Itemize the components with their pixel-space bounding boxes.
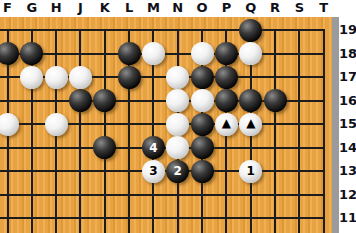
row-label-19: 19: [339, 22, 356, 38]
stone-black-Q16[interactable]: [239, 89, 262, 112]
stone-white-N15[interactable]: [166, 113, 189, 136]
column-label-N: N: [169, 0, 187, 17]
stone-black-M14[interactable]: 4: [142, 136, 165, 159]
stone-black-G18[interactable]: [20, 42, 43, 65]
stone-white-H15[interactable]: [45, 113, 68, 136]
grid-line-col-K: [104, 29, 106, 233]
stone-black-L18[interactable]: [118, 42, 141, 65]
stone-white-O16[interactable]: [191, 89, 214, 112]
column-label-Q: Q: [242, 0, 260, 17]
grid-line-col-R: [274, 29, 276, 233]
stone-white-M13[interactable]: 3: [142, 160, 165, 183]
column-label-G: G: [23, 0, 41, 17]
move-number-2: 2: [174, 165, 182, 177]
grid-line-row-12: [0, 194, 325, 196]
triangle-mark-icon: ▲: [222, 117, 231, 129]
grid-line-col-J: [79, 29, 81, 233]
go-diagram: 42▲▲31 FGHJKLMNOPQRST 191817161514131211: [0, 0, 356, 233]
row-label-15: 15: [339, 116, 356, 132]
grid-line-row-11: [0, 217, 325, 219]
stone-black-J16[interactable]: [69, 89, 92, 112]
go-board[interactable]: 42▲▲31: [0, 17, 332, 233]
stone-black-O14[interactable]: [191, 136, 214, 159]
stone-black-O13[interactable]: [191, 160, 214, 183]
column-label-T: T: [315, 0, 333, 17]
row-label-17: 17: [339, 69, 356, 85]
column-label-F: F: [0, 0, 17, 17]
stone-white-J17[interactable]: [69, 66, 92, 89]
stone-white-Q13[interactable]: 1: [239, 160, 262, 183]
grid-line-col-T: [323, 29, 325, 233]
stone-white-N16[interactable]: [166, 89, 189, 112]
board-shadow: [332, 17, 339, 233]
column-label-H: H: [47, 0, 65, 17]
move-number-4: 4: [149, 142, 157, 154]
stone-black-P18[interactable]: [215, 42, 238, 65]
stone-white-G17[interactable]: [20, 66, 43, 89]
stone-black-O15[interactable]: [191, 113, 214, 136]
column-label-L: L: [120, 0, 138, 17]
row-label-14: 14: [339, 140, 356, 156]
row-label-16: 16: [339, 93, 356, 109]
column-label-P: P: [217, 0, 235, 17]
stone-white-P15[interactable]: ▲: [215, 113, 238, 136]
move-number-1: 1: [247, 165, 255, 177]
row-label-13: 13: [339, 163, 356, 179]
column-label-R: R: [266, 0, 284, 17]
stone-white-N14[interactable]: [166, 136, 189, 159]
stone-white-M18[interactable]: [142, 42, 165, 65]
stone-black-N13[interactable]: 2: [166, 160, 189, 183]
move-number-3: 3: [149, 165, 157, 177]
column-label-K: K: [96, 0, 114, 17]
stone-white-N17[interactable]: [166, 66, 189, 89]
stone-black-Q19[interactable]: [239, 19, 262, 42]
stone-white-Q15[interactable]: ▲: [239, 113, 262, 136]
stone-white-Q18[interactable]: [239, 42, 262, 65]
column-label-M: M: [144, 0, 162, 17]
stone-white-F15[interactable]: [0, 113, 19, 136]
row-label-18: 18: [339, 46, 356, 62]
triangle-mark-icon: ▲: [246, 117, 255, 129]
stone-black-K16[interactable]: [93, 89, 116, 112]
stone-black-F18[interactable]: [0, 42, 19, 65]
grid-line-col-S: [298, 29, 300, 233]
row-label-12: 12: [339, 187, 356, 203]
column-label-S: S: [290, 0, 308, 17]
stone-black-O17[interactable]: [191, 66, 214, 89]
stone-white-H17[interactable]: [45, 66, 68, 89]
row-label-11: 11: [339, 210, 356, 226]
stone-black-L17[interactable]: [118, 66, 141, 89]
stone-white-O18[interactable]: [191, 42, 214, 65]
stone-black-P16[interactable]: [215, 89, 238, 112]
stone-black-P17[interactable]: [215, 66, 238, 89]
column-label-J: J: [71, 0, 89, 17]
column-label-O: O: [193, 0, 211, 17]
stone-black-R16[interactable]: [264, 89, 287, 112]
grid-line-row-19: [0, 29, 325, 31]
stone-black-K14[interactable]: [93, 136, 116, 159]
